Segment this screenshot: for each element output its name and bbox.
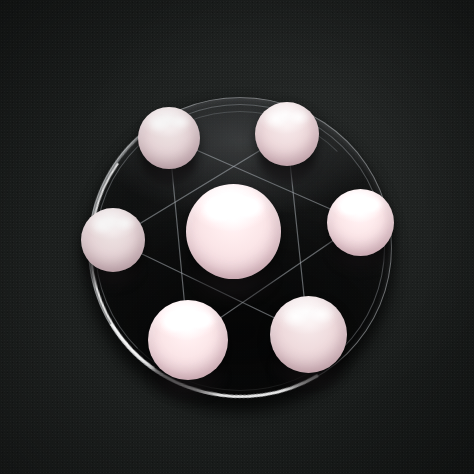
rose-quartz-sphere-left bbox=[81, 208, 145, 272]
sphere-specular-highlight bbox=[280, 301, 337, 333]
sphere-specular-highlight bbox=[158, 306, 217, 340]
rose-quartz-sphere-top bbox=[255, 102, 319, 166]
rose-quartz-sphere-right bbox=[327, 189, 394, 256]
rose-quartz-sphere-top-left bbox=[138, 107, 200, 169]
sphere-specular-highlight bbox=[146, 111, 192, 137]
rose-quartz-sphere-center bbox=[186, 184, 281, 279]
rose-quartz-sphere-bottom-right bbox=[270, 296, 347, 373]
sphere-layer bbox=[0, 0, 474, 474]
sphere-specular-highlight bbox=[335, 193, 385, 221]
rose-quartz-sphere-bottom-left bbox=[148, 300, 228, 380]
product-photo bbox=[0, 0, 474, 474]
sphere-specular-highlight bbox=[89, 212, 136, 239]
sphere-specular-highlight bbox=[263, 106, 310, 133]
sphere-specular-highlight bbox=[198, 190, 268, 230]
